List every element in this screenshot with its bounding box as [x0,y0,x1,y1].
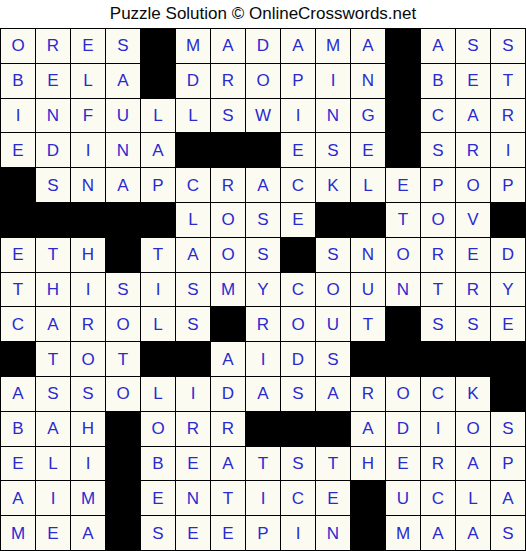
letter-cell-r9c13: S [421,307,455,341]
letter-cell-r4c1: E [1,133,35,167]
letter-cell-r14c12: U [386,481,420,515]
letter-cell-r11c3: S [71,377,105,411]
letter-cell-r6c14: V [456,203,490,237]
letter-cell-r15c15: S [491,516,525,550]
block-cell-r6c4 [106,203,140,237]
letter-cell-r14c7: T [211,481,245,515]
letter-cell-r5c9: C [281,168,315,202]
letter-cell-r14c13: C [421,481,455,515]
letter-cell-r7c6: A [176,238,210,272]
letter-cell-r12c7: R [211,412,245,446]
block-cell-r10c1 [1,342,35,376]
letter-cell-r2c2: E [36,64,70,98]
letter-cell-r9c11: T [351,307,385,341]
letter-cell-r11c11: R [351,377,385,411]
letter-cell-r8c13: T [421,273,455,307]
letter-cell-r15c2: E [36,516,70,550]
letter-cell-r11c9: S [281,377,315,411]
letter-cell-r2c4: A [106,64,140,98]
letter-cell-r11c8: A [246,377,280,411]
letter-cell-r9c14: S [456,307,490,341]
letter-cell-r13c2: L [36,447,70,481]
letter-cell-r1c2: R [36,29,70,63]
letter-cell-r5c5: P [141,168,175,202]
block-cell-r10c13 [421,342,455,376]
letter-cell-r8c5: I [141,273,175,307]
letter-cell-r3c8: W [246,99,280,133]
letter-cell-r3c9: I [281,99,315,133]
letter-cell-r13c6: E [176,447,210,481]
letter-cell-r9c5: L [141,307,175,341]
block-cell-r4c7 [211,133,245,167]
letter-cell-r12c11: A [351,412,385,446]
letter-cell-r15c6: E [176,516,210,550]
letter-cell-r10c4: T [106,342,140,376]
letter-cell-r8c14: R [456,273,490,307]
letter-cell-r7c7: O [211,238,245,272]
letter-cell-r8c15: Y [491,273,525,307]
letter-cell-r4c13: S [421,133,455,167]
letter-cell-r14c3: M [71,481,105,515]
block-cell-r4c8 [246,133,280,167]
letter-cell-r11c6: I [176,377,210,411]
letter-cell-r9c9: O [281,307,315,341]
letter-cell-r14c6: N [176,481,210,515]
letter-cell-r6c9: E [281,203,315,237]
letter-cell-r6c8: S [246,203,280,237]
block-cell-r10c12 [386,342,420,376]
block-cell-r10c6 [176,342,210,376]
letter-cell-r7c5: T [141,238,175,272]
letter-cell-r15c12: M [386,516,420,550]
block-cell-r11c15 [491,377,525,411]
letter-cell-r13c14: A [456,447,490,481]
letter-cell-r1c3: E [71,29,105,63]
letter-cell-r10c8: I [246,342,280,376]
letter-cell-r8c2: H [36,273,70,307]
page: Puzzle Solution © OnlineCrosswords.net O… [0,0,526,551]
letter-cell-r13c12: E [386,447,420,481]
letter-cell-r2c7: R [211,64,245,98]
letter-cell-r3c3: F [71,99,105,133]
letter-cell-r3c1: I [1,99,35,133]
letter-cell-r7c8: S [246,238,280,272]
letter-cell-r5c8: A [246,168,280,202]
letter-cell-r5c12: E [386,168,420,202]
letter-cell-r14c8: I [246,481,280,515]
letter-cell-r11c2: S [36,377,70,411]
letter-cell-r2c6: D [176,64,210,98]
block-cell-r2c12 [386,64,420,98]
letter-cell-r15c7: E [211,516,245,550]
letter-cell-r14c5: E [141,481,175,515]
letter-cell-r5c7: R [211,168,245,202]
letter-cell-r9c2: A [36,307,70,341]
letter-cell-r8c4: S [106,273,140,307]
letter-cell-r12c6: R [176,412,210,446]
letter-cell-r2c15: T [491,64,525,98]
letter-cell-r4c2: D [36,133,70,167]
letter-cell-r15c5: S [141,516,175,550]
letter-cell-r12c13: I [421,412,455,446]
letter-cell-r3c7: S [211,99,245,133]
letter-cell-r11c1: A [1,377,35,411]
letter-cell-r15c13: A [421,516,455,550]
letter-cell-r8c12: N [386,273,420,307]
letter-cell-r3c6: L [176,99,210,133]
letter-cell-r1c8: D [246,29,280,63]
letter-cell-r7c2: T [36,238,70,272]
letter-cell-r4c10: S [316,133,350,167]
block-cell-r10c11 [351,342,385,376]
block-cell-r15c4 [106,516,140,550]
letter-cell-r3c13: C [421,99,455,133]
letter-cell-r7c14: E [456,238,490,272]
letter-cell-r2c14: E [456,64,490,98]
letter-cell-r8c1: T [1,273,35,307]
letter-cell-r14c14: L [456,481,490,515]
letter-cell-r3c2: N [36,99,70,133]
letter-cell-r11c14: K [456,377,490,411]
letter-cell-r2c11: N [351,64,385,98]
letter-cell-r7c12: O [386,238,420,272]
letter-cell-r12c5: O [141,412,175,446]
letter-cell-r8c3: I [71,273,105,307]
block-cell-r9c12 [386,307,420,341]
letter-cell-r4c5: A [141,133,175,167]
block-cell-r10c14 [456,342,490,376]
letter-cell-r7c11: N [351,238,385,272]
letter-cell-r5c3: N [71,168,105,202]
letter-cell-r4c3: I [71,133,105,167]
letter-cell-r13c1: E [1,447,35,481]
letter-cell-r9c10: U [316,307,350,341]
letter-cell-r13c9: S [281,447,315,481]
block-cell-r6c5 [141,203,175,237]
letter-cell-r7c15: D [491,238,525,272]
letter-cell-r5c2: S [36,168,70,202]
letter-cell-r8c8: Y [246,273,280,307]
letter-cell-r5c13: P [421,168,455,202]
block-cell-r6c11 [351,203,385,237]
letter-cell-r13c13: R [421,447,455,481]
block-cell-r4c12 [386,133,420,167]
letter-cell-r10c9: D [281,342,315,376]
letter-cell-r1c14: S [456,29,490,63]
block-cell-r7c9 [281,238,315,272]
block-cell-r6c1 [1,203,35,237]
block-cell-r5c1 [1,168,35,202]
letter-cell-r12c3: H [71,412,105,446]
letter-cell-r9c15: E [491,307,525,341]
block-cell-r6c10 [316,203,350,237]
letter-cell-r3c10: N [316,99,350,133]
letter-cell-r6c7: O [211,203,245,237]
letter-cell-r3c4: U [106,99,140,133]
letter-cell-r1c11: A [351,29,385,63]
letter-cell-r3c14: A [456,99,490,133]
letter-cell-r15c10: N [316,516,350,550]
block-cell-r15c11 [351,516,385,550]
letter-cell-r9c6: S [176,307,210,341]
letter-cell-r1c15: S [491,29,525,63]
block-cell-r14c4 [106,481,140,515]
letter-cell-r9c1: C [1,307,35,341]
letter-cell-r1c10: M [316,29,350,63]
letter-cell-r15c8: P [246,516,280,550]
letter-cell-r10c7: A [211,342,245,376]
letter-cell-r5c10: K [316,168,350,202]
letter-cell-r1c1: O [1,29,35,63]
letter-cell-r13c3: I [71,447,105,481]
letter-cell-r1c6: M [176,29,210,63]
letter-cell-r6c13: O [421,203,455,237]
block-cell-r1c5 [141,29,175,63]
letter-cell-r10c10: S [316,342,350,376]
letter-cell-r6c12: T [386,203,420,237]
letter-cell-r4c4: N [106,133,140,167]
letter-cell-r9c8: R [246,307,280,341]
letter-cell-r11c10: A [316,377,350,411]
letter-cell-r1c13: A [421,29,455,63]
page-title: Puzzle Solution © OnlineCrosswords.net [0,0,526,28]
block-cell-r12c10 [316,412,350,446]
letter-cell-r7c13: R [421,238,455,272]
letter-cell-r11c7: D [211,377,245,411]
letter-cell-r9c4: O [106,307,140,341]
block-cell-r12c8 [246,412,280,446]
letter-cell-r2c1: B [1,64,35,98]
crossword-grid: ORESMADAMAASSBELADROPINBETINFULLSWINGCAR… [0,28,526,551]
letter-cell-r3c11: G [351,99,385,133]
letter-cell-r2c8: O [246,64,280,98]
letter-cell-r9c3: R [71,307,105,341]
letter-cell-r10c2: T [36,342,70,376]
letter-cell-r8c9: C [281,273,315,307]
letter-cell-r14c15: A [491,481,525,515]
letter-cell-r5c4: A [106,168,140,202]
letter-cell-r11c13: C [421,377,455,411]
letter-cell-r4c15: I [491,133,525,167]
letter-cell-r13c8: T [246,447,280,481]
letter-cell-r8c7: M [211,273,245,307]
letter-cell-r13c5: B [141,447,175,481]
block-cell-r1c12 [386,29,420,63]
letter-cell-r12c12: D [386,412,420,446]
letter-cell-r11c5: L [141,377,175,411]
letter-cell-r14c9: C [281,481,315,515]
letter-cell-r12c15: S [491,412,525,446]
letter-cell-r15c1: M [1,516,35,550]
block-cell-r6c15 [491,203,525,237]
block-cell-r14c11 [351,481,385,515]
letter-cell-r2c3: L [71,64,105,98]
letter-cell-r14c2: I [36,481,70,515]
letter-cell-r14c10: E [316,481,350,515]
block-cell-r12c4 [106,412,140,446]
block-cell-r7c4 [106,238,140,272]
block-cell-r4c6 [176,133,210,167]
block-cell-r13c4 [106,447,140,481]
letter-cell-r12c14: O [456,412,490,446]
letter-cell-r15c3: A [71,516,105,550]
letter-cell-r1c7: A [211,29,245,63]
letter-cell-r1c4: S [106,29,140,63]
letter-cell-r15c14: A [456,516,490,550]
letter-cell-r11c4: O [106,377,140,411]
letter-cell-r5c6: C [176,168,210,202]
letter-cell-r5c14: O [456,168,490,202]
letter-cell-r1c9: A [281,29,315,63]
letter-cell-r7c10: S [316,238,350,272]
letter-cell-r7c1: E [1,238,35,272]
block-cell-r9c7 [211,307,245,341]
letter-cell-r8c10: O [316,273,350,307]
letter-cell-r11c12: O [386,377,420,411]
block-cell-r12c9 [281,412,315,446]
letter-cell-r5c15: P [491,168,525,202]
letter-cell-r6c6: L [176,203,210,237]
letter-cell-r8c11: U [351,273,385,307]
letter-cell-r4c9: E [281,133,315,167]
letter-cell-r13c11: H [351,447,385,481]
letter-cell-r4c14: R [456,133,490,167]
letter-cell-r3c5: L [141,99,175,133]
letter-cell-r2c10: I [316,64,350,98]
letter-cell-r13c10: T [316,447,350,481]
letter-cell-r5c11: L [351,168,385,202]
letter-cell-r2c9: P [281,64,315,98]
letter-cell-r10c3: O [71,342,105,376]
block-cell-r6c3 [71,203,105,237]
block-cell-r3c12 [386,99,420,133]
letter-cell-r2c13: B [421,64,455,98]
letter-cell-r14c1: A [1,481,35,515]
letter-cell-r13c15: P [491,447,525,481]
block-cell-r6c2 [36,203,70,237]
letter-cell-r13c7: A [211,447,245,481]
block-cell-r2c5 [141,64,175,98]
letter-cell-r12c2: A [36,412,70,446]
letter-cell-r15c9: I [281,516,315,550]
letter-cell-r3c15: R [491,99,525,133]
block-cell-r10c5 [141,342,175,376]
letter-cell-r7c3: H [71,238,105,272]
block-cell-r10c15 [491,342,525,376]
letter-cell-r4c11: E [351,133,385,167]
letter-cell-r12c1: B [1,412,35,446]
letter-cell-r8c6: S [176,273,210,307]
